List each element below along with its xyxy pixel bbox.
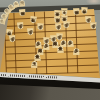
shogi-photo-scene: 桂金王桂香飛銀金歩歩歩歩歩歩歩香歩歩歩歩歩歩銀歩歩銀金歩金玉 歩歩香桂角飛 [0, 0, 100, 100]
board-grid [4, 9, 99, 76]
highlight-glow [86, 0, 100, 5]
